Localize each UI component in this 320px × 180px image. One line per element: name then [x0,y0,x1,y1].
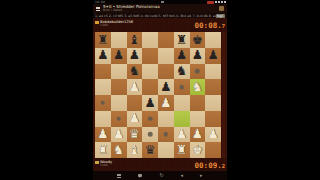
white-pawn[interactable]: ♟ [192,128,203,141]
square-b1[interactable]: ♞ [111,142,127,158]
black-pawn[interactable]: ♟ [145,97,156,110]
square-e7[interactable] [158,48,174,64]
square-d4[interactable]: ♟ [142,95,158,111]
square-f4[interactable] [174,95,190,111]
black-rook[interactable]: ♜ [97,34,108,47]
square-d1[interactable]: ♛ [142,142,158,158]
move-list-text: 1. e4 c5 2. c3 Nf6 3. e5 Nd5 4. d4 cxd4 … [95,14,216,18]
square-a1[interactable]: ♜ [95,142,111,158]
square-a6[interactable] [95,64,111,80]
black-pawn[interactable]: ♟ [208,49,219,62]
video-frame: 10:00 5+0 • Shredder Polnoramaa Blitz • … [0,0,320,180]
square-h7[interactable]: ♟ [205,48,221,64]
game-subtitle: Blitz • Rated [103,9,160,12]
square-h4[interactable] [205,95,221,111]
moves-list-icon[interactable] [117,174,121,178]
square-h5[interactable] [205,79,221,95]
square-g8[interactable]: ♚ [190,32,206,48]
square-f6[interactable]: ♞ [174,64,190,80]
square-e2[interactable] [158,127,174,143]
battery-icon [221,1,223,3]
white-bishop[interactable]: ♝ [129,144,140,157]
square-e4[interactable]: ♟ [158,95,174,111]
legal-move-dot[interactable] [101,101,106,106]
square-f3[interactable] [174,111,190,127]
black-pawn[interactable]: ♟ [160,81,171,94]
square-c2[interactable]: ♛ [127,127,143,143]
square-f8[interactable]: ♜ [174,32,190,48]
square-b8[interactable] [111,32,127,48]
square-h6[interactable] [205,64,221,80]
square-e6[interactable] [158,64,174,80]
black-pawn[interactable]: ♟ [192,49,203,62]
square-a5[interactable] [95,79,111,95]
square-f7[interactable]: ♟ [174,48,190,64]
bottom-nav-bar: ↻ ◂ ▸ [93,171,227,180]
square-h3[interactable] [205,111,221,127]
black-knight[interactable]: ♞ [176,65,187,78]
player-clock: 00:09.2 [195,160,225,169]
black-king[interactable]: ♚ [192,34,203,47]
black-pawn[interactable]: ♟ [113,49,124,62]
square-d5[interactable] [142,79,158,95]
opponent-rating: 1300 [100,24,133,27]
white-pawn[interactable]: ♟ [160,97,171,110]
opponent-clock: 00:08.7 [195,21,225,30]
white-pawn[interactable]: ♟ [208,128,219,141]
square-c4[interactable] [127,95,143,111]
square-d6[interactable] [142,64,158,80]
chess-board[interactable]: ♜♝♜♚♟♟♟♟♟♟♞♞♟♟♞♟♟♟♟♟♛♟♟♟♜♞♝♛♜♚ [95,32,221,158]
white-rook[interactable]: ♜ [176,144,187,157]
notification-icon [161,1,164,3]
square-e8[interactable] [158,32,174,48]
legal-move-dot[interactable] [164,132,169,137]
white-queen[interactable]: ♛ [129,128,140,141]
hamburger-menu-icon[interactable] [96,7,100,11]
player-bar: Woody 1100 00:09.2 [93,158,227,171]
square-d3[interactable] [142,111,158,127]
white-pawn[interactable]: ♟ [176,128,187,141]
square-c3[interactable]: ♟ [127,111,143,127]
opponent-color-icon [95,21,99,25]
wifi-icon [218,1,220,3]
square-h8[interactable] [205,32,221,48]
white-rook[interactable]: ♜ [97,144,108,157]
square-g5[interactable]: ♞ [190,79,206,95]
square-c6[interactable]: ♞ [127,64,143,80]
book-icon[interactable] [219,6,224,11]
square-a8[interactable]: ♜ [95,32,111,48]
square-c5[interactable]: ♟ [127,79,143,95]
square-a7[interactable]: ♟ [95,48,111,64]
square-b5[interactable] [111,79,127,95]
white-knight[interactable]: ♞ [192,81,203,94]
square-b2[interactable]: ♟ [111,127,127,143]
square-a2[interactable]: ♟ [95,127,111,143]
square-d2[interactable] [142,127,158,143]
white-pawn[interactable]: ♟ [97,128,108,141]
square-e1[interactable] [158,142,174,158]
black-queen[interactable]: ♛ [145,144,156,157]
square-e5[interactable]: ♟ [158,79,174,95]
black-pawn[interactable]: ♟ [129,49,140,62]
back-icon[interactable]: ◂ [181,173,184,178]
white-knight[interactable]: ♞ [113,144,124,157]
square-f2[interactable]: ♟ [174,127,190,143]
square-b4[interactable] [111,95,127,111]
square-g1[interactable]: ♚ [190,142,206,158]
square-b6[interactable] [111,64,127,80]
chat-icon[interactable] [138,174,142,177]
white-pawn[interactable]: ♟ [129,81,140,94]
square-f5[interactable] [174,79,190,95]
square-h1[interactable] [205,142,221,158]
square-b7[interactable]: ♟ [111,48,127,64]
legal-move-dot[interactable] [148,132,153,137]
player-color-icon [95,161,99,165]
black-rook[interactable]: ♜ [176,34,187,47]
signal-icon [215,1,217,3]
square-g4[interactable] [190,95,206,111]
white-pawn[interactable]: ♟ [113,128,124,141]
opponent-player-bar: Bobdabuilder1256 1300 00:08.7 [93,18,227,32]
app-title-bar: 5+0 • Shredder Polnoramaa Blitz • Rated [93,4,227,13]
rematch-icon[interactable]: ↻ [159,173,163,178]
square-d8[interactable] [142,32,158,48]
black-bishop[interactable]: ♝ [129,34,140,47]
white-pawn[interactable]: ♟ [129,112,140,125]
clock-icon [224,1,226,3]
square-g7[interactable]: ♟ [190,48,206,64]
square-h2[interactable]: ♟ [205,127,221,143]
square-a4[interactable] [95,95,111,111]
black-knight[interactable]: ♞ [129,65,140,78]
forward-icon[interactable]: ▸ [200,173,203,178]
legal-move-dot[interactable] [116,116,121,121]
legal-move-dot[interactable] [179,85,184,90]
current-move-chip[interactable]: Ng5 [216,14,225,18]
square-c7[interactable]: ♟ [127,48,143,64]
legal-move-dot[interactable] [195,69,200,74]
square-g2[interactable]: ♟ [190,127,206,143]
square-b3[interactable] [111,111,127,127]
square-c8[interactable]: ♝ [127,32,143,48]
square-g3[interactable] [190,111,206,127]
black-pawn[interactable]: ♟ [176,49,187,62]
square-f1[interactable]: ♜ [174,142,190,158]
legal-move-dot[interactable] [148,116,153,121]
square-d7[interactable] [142,48,158,64]
black-pawn[interactable]: ♟ [97,49,108,62]
player-rating: 1100 [100,164,112,167]
square-e3[interactable] [158,111,174,127]
square-g6[interactable] [190,64,206,80]
chess-app: 10:00 5+0 • Shredder Polnoramaa Blitz • … [93,0,227,180]
square-c1[interactable]: ♝ [127,142,143,158]
white-king[interactable]: ♚ [192,144,203,157]
square-a3[interactable] [95,111,111,127]
